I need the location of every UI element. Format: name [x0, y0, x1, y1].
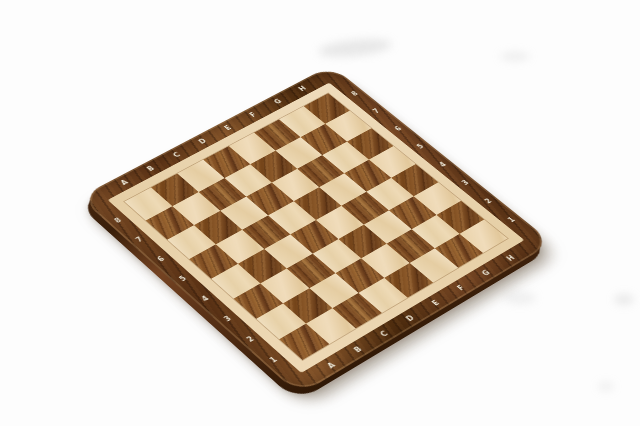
background-smudge: [317, 36, 392, 60]
background-smudge: [500, 52, 530, 61]
background-smudge: [504, 292, 536, 304]
photo-background: { "game": "chess", "position": { "fen": …: [0, 0, 640, 426]
background-smudge: [598, 382, 614, 391]
background-smudge: [614, 294, 634, 305]
chessboard: ABCDEFGH ABCDEFGH 87654321 87654321: [80, 65, 553, 395]
board-grid: [125, 93, 508, 360]
